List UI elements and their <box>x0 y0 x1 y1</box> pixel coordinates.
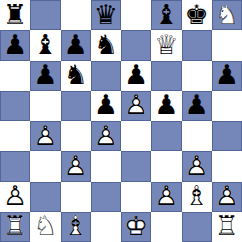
piece-black-pawn[interactable]: ♟ <box>61 30 91 60</box>
black-pawn-glyph: ♟ <box>212 61 242 91</box>
piece-black-queen[interactable]: ♛ <box>91 0 121 30</box>
square-f2[interactable]: ♟♙ <box>151 182 181 212</box>
square-f1[interactable] <box>151 212 181 242</box>
white-bishop-outline-glyph: ♗ <box>182 182 212 212</box>
piece-black-pawn[interactable]: ♟ <box>182 91 212 121</box>
square-g2[interactable]: ♝♗ <box>182 182 212 212</box>
square-h6[interactable]: ♟ <box>212 61 242 91</box>
black-pawn-glyph: ♟ <box>0 30 30 60</box>
square-d7[interactable]: ♞ <box>91 30 121 60</box>
white-pawn-outline-glyph: ♙ <box>91 121 121 151</box>
square-d1[interactable] <box>91 212 121 242</box>
piece-white-king[interactable]: ♚♔ <box>121 212 151 242</box>
square-h2[interactable]: ♟♙ <box>212 182 242 212</box>
square-d4[interactable]: ♟♙ <box>91 121 121 151</box>
square-e3[interactable] <box>121 151 151 181</box>
square-b3[interactable] <box>30 151 60 181</box>
square-e7[interactable] <box>121 30 151 60</box>
white-pawn-outline-glyph: ♙ <box>212 182 242 212</box>
white-knight-outline-glyph: ♘ <box>212 0 242 30</box>
piece-white-pawn[interactable]: ♟♙ <box>0 182 30 212</box>
square-c6[interactable]: ♞ <box>61 61 91 91</box>
square-f5[interactable]: ♟ <box>151 91 181 121</box>
square-g4[interactable] <box>182 121 212 151</box>
white-rook-outline-glyph: ♖ <box>212 212 242 242</box>
square-h1[interactable]: ♜♖ <box>212 212 242 242</box>
square-h3[interactable] <box>212 151 242 181</box>
square-c1[interactable]: ♝♗ <box>61 212 91 242</box>
white-pawn-outline-glyph: ♙ <box>0 182 30 212</box>
square-a1[interactable]: ♜♖ <box>0 212 30 242</box>
square-a7[interactable]: ♟ <box>0 30 30 60</box>
black-king-glyph: ♚ <box>182 0 212 30</box>
black-pawn-glyph: ♟ <box>182 91 212 121</box>
square-b6[interactable]: ♟ <box>30 61 60 91</box>
piece-white-pawn[interactable]: ♟♙ <box>182 151 212 181</box>
piece-white-bishop[interactable]: ♝♗ <box>61 212 91 242</box>
white-rook-outline-glyph: ♖ <box>0 212 30 242</box>
square-f8[interactable]: ♝ <box>151 0 181 30</box>
white-pawn-outline-glyph: ♙ <box>121 91 151 121</box>
square-b4[interactable]: ♟♙ <box>30 121 60 151</box>
piece-black-pawn[interactable]: ♟ <box>212 61 242 91</box>
square-a6[interactable] <box>0 61 30 91</box>
square-d3[interactable] <box>91 151 121 181</box>
square-a2[interactable]: ♟♙ <box>0 182 30 212</box>
black-knight-glyph: ♞ <box>91 30 121 60</box>
square-c4[interactable] <box>61 121 91 151</box>
square-b8[interactable] <box>30 0 60 30</box>
piece-white-pawn[interactable]: ♟♙ <box>151 182 181 212</box>
piece-white-bishop[interactable]: ♝♗ <box>182 182 212 212</box>
square-f6[interactable] <box>151 61 181 91</box>
square-e5[interactable]: ♟♙ <box>121 91 151 121</box>
square-a3[interactable] <box>0 151 30 181</box>
square-h7[interactable] <box>212 30 242 60</box>
piece-black-bishop[interactable]: ♝ <box>151 0 181 30</box>
square-e2[interactable] <box>121 182 151 212</box>
black-queen-glyph: ♛ <box>91 0 121 30</box>
white-pawn-outline-glyph: ♙ <box>151 182 181 212</box>
square-c7[interactable]: ♟ <box>61 30 91 60</box>
white-knight-outline-glyph: ♘ <box>30 212 60 242</box>
square-g5[interactable]: ♟ <box>182 91 212 121</box>
piece-white-knight[interactable]: ♞♘ <box>30 212 60 242</box>
square-g3[interactable]: ♟♙ <box>182 151 212 181</box>
piece-white-pawn[interactable]: ♟♙ <box>121 91 151 121</box>
chess-board: ♜♛♝♚♞♘♟♝♟♞♛♕♟♞♟♟♟♟♙♟♟♟♙♟♙♟♙♟♙♟♙♟♙♝♗♟♙♜♖♞… <box>0 0 242 242</box>
square-c5[interactable] <box>61 91 91 121</box>
piece-black-pawn[interactable]: ♟ <box>91 91 121 121</box>
piece-white-pawn[interactable]: ♟♙ <box>61 151 91 181</box>
piece-black-knight[interactable]: ♞ <box>91 30 121 60</box>
piece-black-rook[interactable]: ♜ <box>0 0 30 30</box>
black-pawn-glyph: ♟ <box>151 91 181 121</box>
piece-black-king[interactable]: ♚ <box>182 0 212 30</box>
square-a4[interactable] <box>0 121 30 151</box>
piece-white-rook[interactable]: ♜♖ <box>212 212 242 242</box>
black-knight-glyph: ♞ <box>61 61 91 91</box>
square-h5[interactable] <box>212 91 242 121</box>
white-pawn-outline-glyph: ♙ <box>30 121 60 151</box>
white-bishop-outline-glyph: ♗ <box>61 212 91 242</box>
square-c2[interactable] <box>61 182 91 212</box>
square-f4[interactable] <box>151 121 181 151</box>
square-d6[interactable] <box>91 61 121 91</box>
square-g6[interactable] <box>182 61 212 91</box>
square-d2[interactable] <box>91 182 121 212</box>
square-c3[interactable]: ♟♙ <box>61 151 91 181</box>
white-king-outline-glyph: ♔ <box>121 212 151 242</box>
square-e8[interactable] <box>121 0 151 30</box>
square-b1[interactable]: ♞♘ <box>30 212 60 242</box>
piece-white-rook[interactable]: ♜♖ <box>0 212 30 242</box>
square-a5[interactable] <box>0 91 30 121</box>
piece-white-pawn[interactable]: ♟♙ <box>30 121 60 151</box>
black-pawn-glyph: ♟ <box>121 61 151 91</box>
black-pawn-glyph: ♟ <box>61 30 91 60</box>
piece-black-bishop[interactable]: ♝ <box>30 30 60 60</box>
piece-black-pawn[interactable]: ♟ <box>151 91 181 121</box>
square-d8[interactable]: ♛ <box>91 0 121 30</box>
square-c8[interactable] <box>61 0 91 30</box>
square-h4[interactable] <box>212 121 242 151</box>
black-rook-glyph: ♜ <box>0 0 30 30</box>
square-d5[interactable]: ♟ <box>91 91 121 121</box>
black-pawn-glyph: ♟ <box>91 91 121 121</box>
square-e1[interactable]: ♚♔ <box>121 212 151 242</box>
square-b5[interactable] <box>30 91 60 121</box>
square-h8[interactable]: ♞♘ <box>212 0 242 30</box>
white-pawn-outline-glyph: ♙ <box>182 151 212 181</box>
white-queen-outline-glyph: ♕ <box>151 30 181 60</box>
piece-white-queen[interactable]: ♛♕ <box>151 30 181 60</box>
piece-black-knight[interactable]: ♞ <box>61 61 91 91</box>
square-b7[interactable]: ♝ <box>30 30 60 60</box>
piece-black-pawn[interactable]: ♟ <box>121 61 151 91</box>
square-g1[interactable] <box>182 212 212 242</box>
square-b2[interactable] <box>30 182 60 212</box>
white-pawn-outline-glyph: ♙ <box>61 151 91 181</box>
square-e6[interactable]: ♟ <box>121 61 151 91</box>
piece-white-knight[interactable]: ♞♘ <box>212 0 242 30</box>
piece-white-pawn[interactable]: ♟♙ <box>212 182 242 212</box>
square-f3[interactable] <box>151 151 181 181</box>
black-bishop-glyph: ♝ <box>30 30 60 60</box>
black-bishop-glyph: ♝ <box>151 0 181 30</box>
square-e4[interactable] <box>121 121 151 151</box>
square-f7[interactable]: ♛♕ <box>151 30 181 60</box>
square-g8[interactable]: ♚ <box>182 0 212 30</box>
black-pawn-glyph: ♟ <box>30 61 60 91</box>
piece-black-pawn[interactable]: ♟ <box>0 30 30 60</box>
piece-white-pawn[interactable]: ♟♙ <box>91 121 121 151</box>
piece-black-pawn[interactable]: ♟ <box>30 61 60 91</box>
square-a8[interactable]: ♜ <box>0 0 30 30</box>
square-g7[interactable] <box>182 30 212 60</box>
